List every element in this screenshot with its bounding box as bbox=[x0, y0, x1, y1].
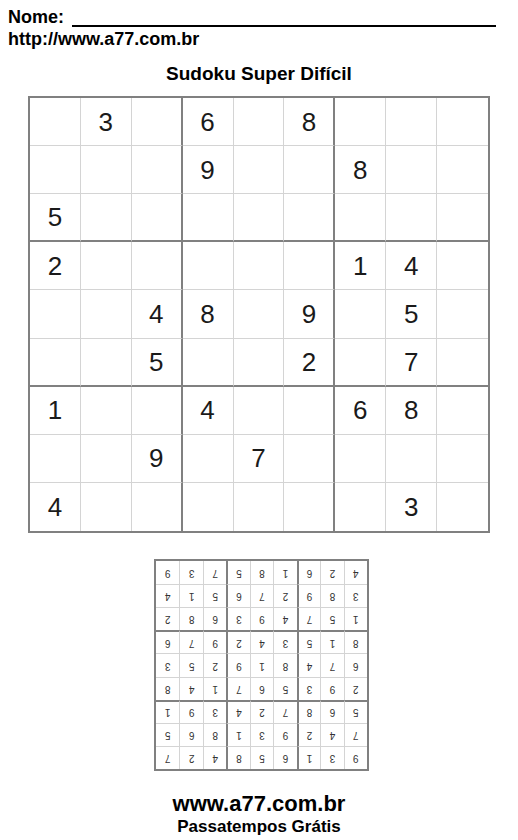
site-url-text: http://www.a77.com.br bbox=[8, 29, 518, 50]
solution-cell-r8c5: 7 bbox=[250, 584, 273, 607]
sudoku-cell-r7c8[interactable]: 8 bbox=[386, 387, 437, 435]
sudoku-cell-r3c5[interactable] bbox=[234, 194, 285, 242]
sudoku-cell-r3c8[interactable] bbox=[386, 194, 437, 242]
sudoku-cell-r5c1[interactable] bbox=[30, 290, 81, 338]
sudoku-cell-r8c8[interactable] bbox=[386, 435, 437, 483]
solution-cell-r3c7: 3 bbox=[203, 700, 226, 723]
solution-cell-r2c2: 4 bbox=[320, 723, 343, 746]
sudoku-cell-r6c4[interactable] bbox=[183, 339, 234, 387]
sudoku-cell-r1c1[interactable] bbox=[30, 98, 81, 146]
sudoku-cell-r6c2[interactable] bbox=[81, 339, 132, 387]
solution-cell-r7c1: 1 bbox=[344, 607, 367, 630]
solution-cell-r1c3: 1 bbox=[297, 746, 320, 769]
sudoku-cell-r9c4[interactable] bbox=[183, 483, 234, 531]
solution-cell-r8c3: 9 bbox=[297, 584, 320, 607]
solution-cell-r5c6: 9 bbox=[226, 653, 249, 676]
sudoku-cell-r8c4[interactable] bbox=[183, 435, 234, 483]
sudoku-cell-r7c7[interactable]: 6 bbox=[335, 387, 386, 435]
solution-cell-r4c8: 4 bbox=[179, 677, 202, 700]
sudoku-cell-r5c9[interactable] bbox=[437, 290, 488, 338]
footer-site-text: www.a77.com.br bbox=[0, 792, 518, 816]
sudoku-grid: 368985214489552714689743 bbox=[28, 96, 490, 533]
solution-cell-r2c9: 5 bbox=[156, 723, 179, 746]
sudoku-cell-r1c5[interactable] bbox=[234, 98, 285, 146]
solution-cell-r5c3: 4 bbox=[297, 653, 320, 676]
sudoku-cell-r9c6[interactable] bbox=[284, 483, 335, 531]
solution-cell-r6c9: 6 bbox=[156, 630, 179, 653]
solution-cell-r2c6: 1 bbox=[226, 723, 249, 746]
sudoku-cell-r5c7[interactable] bbox=[335, 290, 386, 338]
solution-cell-r9c8: 3 bbox=[179, 561, 202, 584]
sudoku-cell-r7c5[interactable] bbox=[234, 387, 285, 435]
sudoku-cell-r6c5[interactable] bbox=[234, 339, 285, 387]
sudoku-cell-r4c4[interactable] bbox=[183, 242, 234, 290]
solution-cell-r7c4: 4 bbox=[273, 607, 296, 630]
sudoku-cell-r1c7[interactable] bbox=[335, 98, 386, 146]
sudoku-cell-r9c1[interactable]: 4 bbox=[30, 483, 81, 531]
solution-cell-r3c8: 9 bbox=[179, 700, 202, 723]
sudoku-solution-grid-rotated: 9316584277429318655687243912935671486748… bbox=[154, 559, 369, 771]
solution-cell-r4c3: 3 bbox=[297, 677, 320, 700]
solution-cell-r7c8: 8 bbox=[179, 607, 202, 630]
solution-cell-r4c1: 2 bbox=[344, 677, 367, 700]
solution-cell-r6c3: 5 bbox=[297, 630, 320, 653]
solution-cell-r5c5: 1 bbox=[250, 653, 273, 676]
sudoku-cell-r4c6[interactable] bbox=[284, 242, 335, 290]
solution-cell-r8c7: 5 bbox=[203, 584, 226, 607]
sudoku-cell-r5c2[interactable] bbox=[81, 290, 132, 338]
solution-cell-r2c3: 2 bbox=[297, 723, 320, 746]
sudoku-cell-r8c6[interactable] bbox=[284, 435, 335, 483]
sudoku-cell-r4c7[interactable]: 1 bbox=[335, 242, 386, 290]
solution-cell-r2c1: 7 bbox=[344, 723, 367, 746]
solution-cell-r9c1: 4 bbox=[344, 561, 367, 584]
sudoku-cell-r1c3[interactable] bbox=[132, 98, 183, 146]
solution-cell-r3c6: 4 bbox=[226, 700, 249, 723]
solution-cell-r3c9: 1 bbox=[156, 700, 179, 723]
solution-cell-r8c1: 3 bbox=[344, 584, 367, 607]
sudoku-cell-r4c9[interactable] bbox=[437, 242, 488, 290]
solution-cell-r2c8: 6 bbox=[179, 723, 202, 746]
solution-cell-r9c9: 9 bbox=[156, 561, 179, 584]
solution-cell-r5c9: 3 bbox=[156, 653, 179, 676]
sudoku-cell-r3c9[interactable] bbox=[437, 194, 488, 242]
solution-cell-r1c7: 4 bbox=[203, 746, 226, 769]
sudoku-cell-r1c9[interactable] bbox=[437, 98, 488, 146]
sudoku-cell-r6c1[interactable] bbox=[30, 339, 81, 387]
sudoku-cell-r4c3[interactable] bbox=[132, 242, 183, 290]
sudoku-cell-r5c3[interactable]: 4 bbox=[132, 290, 183, 338]
name-row: Nome: bbox=[8, 6, 496, 27]
solution-cell-r7c6: 3 bbox=[226, 607, 249, 630]
sudoku-cell-r6c7[interactable] bbox=[335, 339, 386, 387]
solution-cell-r6c4: 3 bbox=[273, 630, 296, 653]
sudoku-cell-r8c9[interactable] bbox=[437, 435, 488, 483]
solution-cell-r2c4: 9 bbox=[273, 723, 296, 746]
sudoku-cell-r8c2[interactable] bbox=[81, 435, 132, 483]
solution-cell-r7c5: 9 bbox=[250, 607, 273, 630]
sudoku-cell-r5c8[interactable]: 5 bbox=[386, 290, 437, 338]
sudoku-cell-r9c5[interactable] bbox=[234, 483, 285, 531]
sudoku-cell-r6c6[interactable]: 2 bbox=[284, 339, 335, 387]
sudoku-cell-r2c2[interactable] bbox=[81, 146, 132, 194]
sudoku-cell-r1c2[interactable]: 3 bbox=[81, 98, 132, 146]
solution-cell-r4c2: 9 bbox=[320, 677, 343, 700]
solution-cell-r6c7: 9 bbox=[203, 630, 226, 653]
solution-cell-r6c5: 4 bbox=[250, 630, 273, 653]
sudoku-cell-r1c6[interactable]: 8 bbox=[284, 98, 335, 146]
solution-cell-r4c4: 5 bbox=[273, 677, 296, 700]
sudoku-cell-r7c4[interactable]: 4 bbox=[183, 387, 234, 435]
sudoku-cell-r1c4[interactable]: 6 bbox=[183, 98, 234, 146]
solution-cell-r1c5: 5 bbox=[250, 746, 273, 769]
sudoku-cell-r3c4[interactable] bbox=[183, 194, 234, 242]
solution-cell-r2c5: 3 bbox=[250, 723, 273, 746]
sudoku-cell-r6c3[interactable]: 5 bbox=[132, 339, 183, 387]
sudoku-cell-r8c3[interactable]: 9 bbox=[132, 435, 183, 483]
solution-cell-r1c2: 3 bbox=[320, 746, 343, 769]
solution-cell-r1c4: 6 bbox=[273, 746, 296, 769]
solution-cell-r3c4: 7 bbox=[273, 700, 296, 723]
sudoku-cell-r3c1[interactable]: 5 bbox=[30, 194, 81, 242]
solution-cell-r1c8: 2 bbox=[179, 746, 202, 769]
solution-cell-r9c6: 5 bbox=[226, 561, 249, 584]
sudoku-cell-r4c5[interactable] bbox=[234, 242, 285, 290]
solution-cell-r4c9: 8 bbox=[156, 677, 179, 700]
solution-cell-r1c6: 8 bbox=[226, 746, 249, 769]
sudoku-cell-r3c3[interactable] bbox=[132, 194, 183, 242]
solution-cell-r5c1: 6 bbox=[344, 653, 367, 676]
solution-cell-r6c6: 2 bbox=[226, 630, 249, 653]
sudoku-cell-r5c4[interactable]: 8 bbox=[183, 290, 234, 338]
sudoku-cell-r6c9[interactable] bbox=[437, 339, 488, 387]
sudoku-cell-r3c6[interactable] bbox=[284, 194, 335, 242]
sudoku-cell-r4c8[interactable]: 4 bbox=[386, 242, 437, 290]
sudoku-cell-r9c3[interactable] bbox=[132, 483, 183, 531]
solution-cell-r6c2: 1 bbox=[320, 630, 343, 653]
sudoku-cell-r3c7[interactable] bbox=[335, 194, 386, 242]
sudoku-cell-r4c1[interactable]: 2 bbox=[30, 242, 81, 290]
name-label: Nome: bbox=[8, 7, 64, 27]
solution-cell-r8c4: 2 bbox=[273, 584, 296, 607]
sudoku-cell-r2c1[interactable] bbox=[30, 146, 81, 194]
sudoku-cell-r4c2[interactable] bbox=[81, 242, 132, 290]
solution-cell-r6c1: 8 bbox=[344, 630, 367, 653]
sudoku-cell-r9c9[interactable] bbox=[437, 483, 488, 531]
sudoku-cell-r7c3[interactable] bbox=[132, 387, 183, 435]
solution-cell-r5c4: 8 bbox=[273, 653, 296, 676]
solution-cell-r8c2: 8 bbox=[320, 584, 343, 607]
solution-cell-r5c2: 7 bbox=[320, 653, 343, 676]
solution-cell-r8c9: 4 bbox=[156, 584, 179, 607]
sudoku-cell-r9c8[interactable]: 3 bbox=[386, 483, 437, 531]
page-title: Sudoku Super Difícil bbox=[0, 64, 518, 84]
page-footer: www.a77.com.br Passatempos Grátis bbox=[0, 792, 518, 836]
page-header: Nome: http://www.a77.com.br bbox=[0, 0, 518, 50]
solution-cell-r5c7: 2 bbox=[203, 653, 226, 676]
sudoku-cell-r2c6[interactable] bbox=[284, 146, 335, 194]
solution-cell-r8c6: 6 bbox=[226, 584, 249, 607]
solution-cell-r5c8: 5 bbox=[179, 653, 202, 676]
sudoku-cell-r9c7[interactable] bbox=[335, 483, 386, 531]
sudoku-cell-r5c5[interactable] bbox=[234, 290, 285, 338]
solution-cell-r4c7: 1 bbox=[203, 677, 226, 700]
sudoku-cell-r8c1[interactable] bbox=[30, 435, 81, 483]
solution-cell-r7c9: 2 bbox=[156, 607, 179, 630]
sudoku-cell-r7c1[interactable]: 1 bbox=[30, 387, 81, 435]
name-input-line[interactable] bbox=[72, 7, 496, 27]
solution-cell-r9c7: 7 bbox=[203, 561, 226, 584]
solution-cell-r3c1: 5 bbox=[344, 700, 367, 723]
solution-cell-r4c6: 7 bbox=[226, 677, 249, 700]
solution-cell-r9c4: 1 bbox=[273, 561, 296, 584]
sudoku-cell-r7c9[interactable] bbox=[437, 387, 488, 435]
footer-tagline-text: Passatempos Grátis bbox=[0, 817, 518, 836]
sudoku-cell-r2c7[interactable]: 8 bbox=[335, 146, 386, 194]
solution-cell-r3c2: 6 bbox=[320, 700, 343, 723]
solution-cell-r9c5: 8 bbox=[250, 561, 273, 584]
solution-cell-r3c3: 8 bbox=[297, 700, 320, 723]
solution-cell-r9c2: 2 bbox=[320, 561, 343, 584]
sudoku-cell-r5c6[interactable]: 9 bbox=[284, 290, 335, 338]
sudoku-cell-r9c2[interactable] bbox=[81, 483, 132, 531]
sudoku-cell-r2c4[interactable]: 9 bbox=[183, 146, 234, 194]
sudoku-cell-r1c8[interactable] bbox=[386, 98, 437, 146]
sudoku-cell-r2c8[interactable] bbox=[386, 146, 437, 194]
solution-cell-r1c1: 9 bbox=[344, 746, 367, 769]
solution-cell-r7c3: 7 bbox=[297, 607, 320, 630]
solution-cell-r4c5: 6 bbox=[250, 677, 273, 700]
solution-cell-r8c8: 1 bbox=[179, 584, 202, 607]
sudoku-cell-r2c3[interactable] bbox=[132, 146, 183, 194]
sudoku-cell-r6c8[interactable]: 7 bbox=[386, 339, 437, 387]
sudoku-cell-r2c5[interactable] bbox=[234, 146, 285, 194]
solution-cell-r1c9: 7 bbox=[156, 746, 179, 769]
solution-cell-r7c7: 6 bbox=[203, 607, 226, 630]
solution-cell-r6c8: 7 bbox=[179, 630, 202, 653]
sudoku-cell-r7c2[interactable] bbox=[81, 387, 132, 435]
solution-cell-r9c3: 6 bbox=[297, 561, 320, 584]
sudoku-cell-r8c5[interactable]: 7 bbox=[234, 435, 285, 483]
sudoku-cell-r3c2[interactable] bbox=[81, 194, 132, 242]
solution-cell-r3c5: 2 bbox=[250, 700, 273, 723]
sudoku-cell-r7c6[interactable] bbox=[284, 387, 335, 435]
solution-cell-r2c7: 8 bbox=[203, 723, 226, 746]
sudoku-cell-r8c7[interactable] bbox=[335, 435, 386, 483]
sudoku-cell-r2c9[interactable] bbox=[437, 146, 488, 194]
solution-cell-r7c2: 5 bbox=[320, 607, 343, 630]
